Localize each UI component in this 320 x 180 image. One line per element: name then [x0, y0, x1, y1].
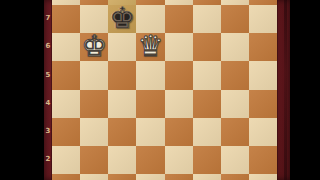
square-g5[interactable] — [221, 61, 249, 89]
square-h7[interactable] — [249, 5, 277, 33]
square-c6[interactable] — [108, 33, 136, 61]
square-e6[interactable] — [165, 33, 193, 61]
rank-label-5: 5 — [44, 70, 52, 80]
square-a4[interactable] — [52, 90, 80, 118]
square-d5[interactable] — [136, 61, 164, 89]
square-c4[interactable] — [108, 90, 136, 118]
black-king: ♚ — [109, 4, 135, 33]
square-e3[interactable] — [165, 118, 193, 146]
rank-label-7: 7 — [44, 13, 52, 23]
square-a6[interactable] — [52, 33, 80, 61]
square-a5[interactable] — [52, 61, 80, 89]
square-a2[interactable] — [52, 146, 80, 174]
square-e1[interactable] — [165, 174, 193, 180]
square-b4[interactable] — [80, 90, 108, 118]
square-f5[interactable] — [193, 61, 221, 89]
square-a3[interactable] — [52, 118, 80, 146]
square-d6[interactable]: ♛ — [136, 33, 164, 61]
square-c1[interactable] — [108, 174, 136, 180]
rank-label-4: 4 — [44, 98, 52, 108]
square-c2[interactable] — [108, 146, 136, 174]
square-b6[interactable]: ♚ — [80, 33, 108, 61]
square-b2[interactable] — [80, 146, 108, 174]
square-d3[interactable] — [136, 118, 164, 146]
square-g6[interactable] — [221, 33, 249, 61]
square-c3[interactable] — [108, 118, 136, 146]
square-h1[interactable] — [249, 174, 277, 180]
white-queen: ♛ — [137, 32, 163, 61]
square-e5[interactable] — [165, 61, 193, 89]
white-king: ♚ — [81, 32, 107, 61]
square-d1[interactable] — [136, 174, 164, 180]
square-h6[interactable] — [249, 33, 277, 61]
square-b1[interactable] — [80, 174, 108, 180]
rank-label-6: 6 — [44, 41, 52, 51]
square-d4[interactable] — [136, 90, 164, 118]
square-c7[interactable]: ♚ — [108, 5, 136, 33]
rank-label-2: 2 — [44, 154, 52, 164]
square-h3[interactable] — [249, 118, 277, 146]
square-f4[interactable] — [193, 90, 221, 118]
square-e2[interactable] — [165, 146, 193, 174]
square-b7[interactable] — [80, 5, 108, 33]
square-f1[interactable] — [193, 174, 221, 180]
square-f6[interactable] — [193, 33, 221, 61]
square-b3[interactable] — [80, 118, 108, 146]
square-h2[interactable] — [249, 146, 277, 174]
square-e7[interactable] — [165, 5, 193, 33]
square-g3[interactable] — [221, 118, 249, 146]
video-frame: 765432 ♚♚♛ — [0, 0, 320, 180]
square-d7[interactable] — [136, 5, 164, 33]
square-g2[interactable] — [221, 146, 249, 174]
square-a1[interactable] — [52, 174, 80, 180]
square-f3[interactable] — [193, 118, 221, 146]
square-g4[interactable] — [221, 90, 249, 118]
chess-board-frame: 765432 ♚♚♛ — [44, 0, 290, 180]
square-g1[interactable] — [221, 174, 249, 180]
square-h5[interactable] — [249, 61, 277, 89]
square-f2[interactable] — [193, 146, 221, 174]
square-h4[interactable] — [249, 90, 277, 118]
square-g7[interactable] — [221, 5, 249, 33]
rank-label-3: 3 — [44, 126, 52, 136]
square-a7[interactable] — [52, 5, 80, 33]
square-b5[interactable] — [80, 61, 108, 89]
square-c5[interactable] — [108, 61, 136, 89]
frame-wood-texture — [284, 0, 287, 180]
square-e4[interactable] — [165, 90, 193, 118]
square-d2[interactable] — [136, 146, 164, 174]
chess-board: ♚♚♛ — [52, 0, 277, 180]
square-f7[interactable] — [193, 5, 221, 33]
